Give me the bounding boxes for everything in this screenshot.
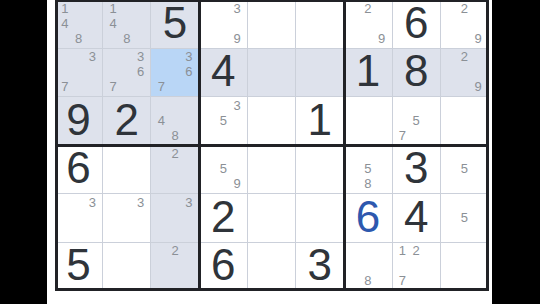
pencil-marks: 8 <box>347 244 388 289</box>
cell-r1c9[interactable]: 29 <box>441 0 489 49</box>
cell-r2c5[interactable] <box>248 49 296 98</box>
pencil-mark: 8 <box>72 31 86 46</box>
pencil-mark: 3 <box>134 195 148 210</box>
cell-r3c8[interactable]: 57 <box>393 97 441 146</box>
pencil-mark: 4 <box>106 16 120 31</box>
pencil-mark: 8 <box>361 176 375 191</box>
user-digit: 6 <box>356 195 380 239</box>
pencil-mark: 1 <box>58 1 72 16</box>
cell-r3c3[interactable]: 48 <box>151 97 199 146</box>
cell-r2c1[interactable]: 37 <box>55 49 103 98</box>
cell-r1c6[interactable] <box>296 0 344 49</box>
cell-r6c3[interactable]: 2 <box>151 243 199 292</box>
pencil-mark: 7 <box>396 273 410 288</box>
pencil-mark: 1 <box>106 1 120 16</box>
cell-r5c3[interactable]: 3 <box>151 194 199 243</box>
pencil-mark: 2 <box>458 1 472 16</box>
cell-r5c6[interactable] <box>296 194 344 243</box>
cell-r4c3[interactable]: 2 <box>151 146 199 195</box>
pencil-marks: 148 <box>58 1 99 46</box>
pencil-marks: 3 <box>106 195 147 240</box>
pencil-marks: 3 <box>58 195 99 240</box>
pencil-mark: 1 <box>396 244 410 259</box>
cell-r2c4[interactable]: 4 <box>200 49 248 98</box>
pencil-marks: 2 <box>154 244 195 289</box>
given-digit: 2 <box>115 98 139 142</box>
cell-r6c1[interactable]: 5 <box>55 243 103 292</box>
pencil-marks: 5 <box>444 147 485 192</box>
pencil-mark: 3 <box>182 50 196 65</box>
cell-r5c5[interactable] <box>248 194 296 243</box>
pencil-marks: 367 <box>106 50 147 95</box>
pencil-mark: 3 <box>85 50 99 65</box>
cell-r5c7[interactable]: 6 <box>344 194 392 243</box>
pencil-marks: 3 <box>154 195 195 240</box>
cell-r4c7[interactable]: 58 <box>344 146 392 195</box>
cell-r1c2[interactable]: 148 <box>103 0 151 49</box>
pencil-mark: 9 <box>471 31 485 46</box>
cell-r3c7[interactable] <box>344 97 392 146</box>
cell-r4c8[interactable]: 3 <box>393 146 441 195</box>
given-digit: 3 <box>404 146 428 190</box>
cell-r4c2[interactable] <box>103 146 151 195</box>
pencil-marks: 127 <box>396 244 437 289</box>
pencil-marks: 29 <box>444 50 485 95</box>
pencil-mark: 2 <box>361 1 375 16</box>
pencil-mark: 7 <box>106 79 120 94</box>
pencil-marks: 5 <box>444 195 485 240</box>
cell-r5c8[interactable]: 4 <box>393 194 441 243</box>
cell-r2c3[interactable]: 367 <box>151 49 199 98</box>
pencil-mark: 6 <box>182 64 196 79</box>
pencil-mark: 4 <box>154 113 168 128</box>
cell-r6c2[interactable] <box>103 243 151 292</box>
pencil-marks: 57 <box>396 98 437 143</box>
cell-r4c4[interactable]: 59 <box>200 146 248 195</box>
pencil-mark: 8 <box>361 273 375 288</box>
cell-r5c9[interactable]: 5 <box>441 194 489 243</box>
pencil-mark: 8 <box>120 31 134 46</box>
pencil-mark: 7 <box>396 128 410 143</box>
pencil-mark: 3 <box>182 195 196 210</box>
cell-grid: 1481485392962937367367418299248351576259… <box>55 0 489 291</box>
pencil-marks: 37 <box>58 50 99 95</box>
cell-r4c1[interactable]: 6 <box>55 146 103 195</box>
given-digit: 6 <box>66 146 90 190</box>
cell-r3c5[interactable] <box>248 97 296 146</box>
pencil-mark: 9 <box>230 31 244 46</box>
cell-r4c9[interactable]: 5 <box>441 146 489 195</box>
given-digit: 6 <box>211 243 235 287</box>
given-digit: 6 <box>404 1 428 45</box>
given-digit: 2 <box>211 195 235 239</box>
cell-r1c7[interactable]: 29 <box>344 0 392 49</box>
given-digit: 4 <box>404 195 428 239</box>
pencil-mark: 5 <box>361 161 375 176</box>
pencil-mark: 2 <box>458 50 472 65</box>
cell-r5c1[interactable]: 3 <box>55 194 103 243</box>
pencil-mark: 5 <box>216 161 230 176</box>
cell-r5c4[interactable]: 2 <box>200 194 248 243</box>
letterbox-right <box>492 0 540 304</box>
pencil-mark: 7 <box>58 79 72 94</box>
cell-r6c4[interactable]: 6 <box>200 243 248 292</box>
pencil-marks: 2 <box>154 147 195 192</box>
cell-r3c4[interactable]: 35 <box>200 97 248 146</box>
pencil-marks: 39 <box>203 1 244 46</box>
cell-r3c9[interactable] <box>441 97 489 146</box>
cell-r6c9[interactable] <box>441 243 489 292</box>
pencil-mark: 4 <box>58 16 72 31</box>
cell-r2c7[interactable]: 1 <box>344 49 392 98</box>
given-digit: 1 <box>356 49 380 93</box>
cell-r2c6[interactable] <box>296 49 344 98</box>
pencil-mark: 9 <box>471 79 485 94</box>
sudoku-board: 1481485392962937367367418299248351576259… <box>55 0 489 291</box>
cell-r6c5[interactable] <box>248 243 296 292</box>
cell-r1c3[interactable]: 5 <box>151 0 199 49</box>
pencil-mark: 7 <box>154 79 168 94</box>
pencil-mark: 5 <box>409 113 423 128</box>
given-digit: 5 <box>66 243 90 287</box>
cell-r1c1[interactable]: 148 <box>55 0 103 49</box>
pencil-marks: 29 <box>444 1 485 46</box>
cell-r4c6[interactable] <box>296 146 344 195</box>
pencil-mark: 3 <box>230 98 244 113</box>
given-digit: 1 <box>307 98 331 142</box>
cell-r6c7[interactable]: 8 <box>344 243 392 292</box>
cell-r1c4[interactable]: 39 <box>200 0 248 49</box>
letterbox-left <box>0 0 47 304</box>
given-digit: 4 <box>211 49 235 93</box>
cell-r3c2[interactable]: 2 <box>103 97 151 146</box>
cell-r6c8[interactable]: 127 <box>393 243 441 292</box>
pencil-mark: 3 <box>85 195 99 210</box>
cell-r2c9[interactable]: 29 <box>441 49 489 98</box>
cell-r1c5[interactable] <box>248 0 296 49</box>
cell-r6c6[interactable]: 3 <box>296 243 344 292</box>
pencil-mark: 9 <box>375 31 389 46</box>
pencil-marks: 148 <box>106 1 147 46</box>
cell-r5c2[interactable]: 3 <box>103 194 151 243</box>
pencil-marks: 58 <box>347 147 388 192</box>
pencil-mark: 5 <box>458 161 472 176</box>
cell-r1c8[interactable]: 6 <box>393 0 441 49</box>
pencil-mark: 8 <box>168 128 182 143</box>
pencil-mark: 2 <box>409 244 423 259</box>
pencil-mark: 6 <box>134 64 148 79</box>
app-viewport: 1481485392962937367367418299248351576259… <box>0 0 540 304</box>
pencil-mark: 2 <box>168 244 182 259</box>
given-digit: 3 <box>307 243 331 287</box>
given-digit: 8 <box>404 49 428 93</box>
pencil-marks: 59 <box>203 147 244 192</box>
pencil-marks: 35 <box>203 98 244 143</box>
pencil-marks: 48 <box>154 98 195 143</box>
pencil-mark: 3 <box>134 50 148 65</box>
pencil-mark: 5 <box>458 210 472 225</box>
pencil-marks: 29 <box>347 1 388 46</box>
cell-r3c1[interactable]: 9 <box>55 97 103 146</box>
given-digit: 5 <box>163 1 187 45</box>
given-digit: 9 <box>66 98 90 142</box>
pencil-mark: 3 <box>230 1 244 16</box>
pencil-mark: 9 <box>230 176 244 191</box>
cell-r3c6[interactable]: 1 <box>296 97 344 146</box>
cell-r2c8[interactable]: 8 <box>393 49 441 98</box>
pencil-mark: 5 <box>216 113 230 128</box>
cell-r4c5[interactable] <box>248 146 296 195</box>
cell-r2c2[interactable]: 367 <box>103 49 151 98</box>
pencil-mark: 2 <box>168 147 182 162</box>
pencil-marks: 367 <box>154 50 195 95</box>
